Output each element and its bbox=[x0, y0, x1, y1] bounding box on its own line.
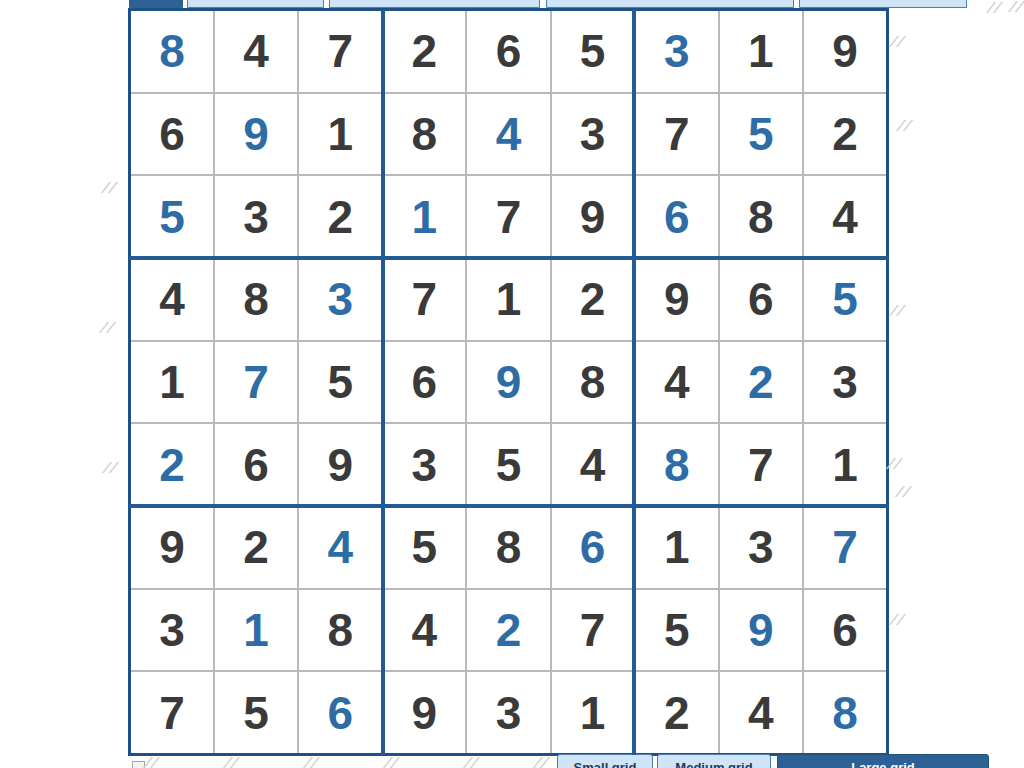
cell-r5c9[interactable]: 3 bbox=[804, 342, 886, 423]
cell-r2c9[interactable]: 2 bbox=[804, 94, 886, 175]
box-divider-horizontal-1 bbox=[129, 256, 888, 260]
cell-r7c4[interactable]: 5 bbox=[383, 507, 465, 588]
cell-r2c6[interactable]: 3 bbox=[552, 94, 634, 175]
cell-r9c1[interactable]: 7 bbox=[131, 672, 213, 753]
cell-r2c8[interactable]: 5 bbox=[720, 94, 802, 175]
cell-r6c9[interactable]: 1 bbox=[804, 424, 886, 505]
cell-r5c4[interactable]: 6 bbox=[383, 342, 465, 423]
cell-r7c8[interactable]: 3 bbox=[720, 507, 802, 588]
cell-r5c3[interactable]: 5 bbox=[299, 342, 381, 423]
cell-r7c7[interactable]: 1 bbox=[636, 507, 718, 588]
scratch-mark bbox=[223, 757, 240, 768]
cell-r6c7[interactable]: 8 bbox=[636, 424, 718, 505]
cell-r7c1[interactable]: 9 bbox=[131, 507, 213, 588]
sudoku-page: 8472653196918437525321796844837129651756… bbox=[0, 0, 1024, 768]
large-grid-button[interactable]: Large grid bbox=[777, 754, 989, 768]
cell-r3c1[interactable]: 5 bbox=[131, 176, 213, 257]
cell-r5c2[interactable]: 7 bbox=[215, 342, 297, 423]
cell-r2c7[interactable]: 7 bbox=[636, 94, 718, 175]
cell-r1c7[interactable]: 3 bbox=[636, 11, 718, 92]
scratch-mark bbox=[143, 757, 160, 768]
cell-r6c2[interactable]: 6 bbox=[215, 424, 297, 505]
cell-r2c1[interactable]: 6 bbox=[131, 94, 213, 175]
cell-r3c4[interactable]: 1 bbox=[383, 176, 465, 257]
cell-r1c5[interactable]: 6 bbox=[467, 11, 549, 92]
cell-r3c5[interactable]: 7 bbox=[467, 176, 549, 257]
cell-r2c2[interactable]: 9 bbox=[215, 94, 297, 175]
cell-r4c2[interactable]: 8 bbox=[215, 259, 297, 340]
scratch-mark bbox=[896, 120, 913, 131]
scratch-mark bbox=[533, 757, 550, 768]
cell-r7c6[interactable]: 6 bbox=[552, 507, 634, 588]
cell-r7c2[interactable]: 2 bbox=[215, 507, 297, 588]
top-tab-3[interactable] bbox=[329, 0, 540, 8]
cell-r9c4[interactable]: 9 bbox=[383, 672, 465, 753]
cell-r6c8[interactable]: 7 bbox=[720, 424, 802, 505]
cell-r2c4[interactable]: 8 bbox=[383, 94, 465, 175]
top-tab-4[interactable] bbox=[546, 0, 794, 8]
cell-r6c1[interactable]: 2 bbox=[131, 424, 213, 505]
cell-r4c5[interactable]: 1 bbox=[467, 259, 549, 340]
cell-r9c7[interactable]: 2 bbox=[636, 672, 718, 753]
cell-r7c5[interactable]: 8 bbox=[467, 507, 549, 588]
cell-r7c3[interactable]: 4 bbox=[299, 507, 381, 588]
cell-r1c1[interactable]: 8 bbox=[131, 11, 213, 92]
box-divider-horizontal-2 bbox=[129, 504, 888, 508]
cell-r9c5[interactable]: 3 bbox=[467, 672, 549, 753]
top-tab-1[interactable] bbox=[129, 0, 183, 8]
cell-r4c3[interactable]: 3 bbox=[299, 259, 381, 340]
cell-r6c6[interactable]: 4 bbox=[552, 424, 634, 505]
top-tab-5[interactable] bbox=[799, 0, 967, 8]
box-divider-vertical-1 bbox=[381, 9, 385, 755]
cell-r3c8[interactable]: 8 bbox=[720, 176, 802, 257]
scratch-mark bbox=[986, 2, 1003, 13]
cell-r7c9[interactable]: 7 bbox=[804, 507, 886, 588]
cell-r8c8[interactable]: 9 bbox=[720, 590, 802, 671]
cell-r2c3[interactable]: 1 bbox=[299, 94, 381, 175]
cell-r9c2[interactable]: 5 bbox=[215, 672, 297, 753]
scratch-mark bbox=[889, 614, 906, 625]
cell-r1c9[interactable]: 9 bbox=[804, 11, 886, 92]
cell-r2c5[interactable]: 4 bbox=[467, 94, 549, 175]
sudoku-board: 8472653196918437525321796844837129651756… bbox=[128, 8, 889, 756]
cell-r1c3[interactable]: 7 bbox=[299, 11, 381, 92]
cell-r8c6[interactable]: 7 bbox=[552, 590, 634, 671]
scratch-mark bbox=[895, 486, 912, 497]
cell-r6c3[interactable]: 9 bbox=[299, 424, 381, 505]
cell-r1c2[interactable]: 4 bbox=[215, 11, 297, 92]
top-tab-2[interactable] bbox=[187, 0, 324, 8]
cell-r6c4[interactable]: 3 bbox=[383, 424, 465, 505]
cell-r3c6[interactable]: 9 bbox=[552, 176, 634, 257]
box-divider-vertical-2 bbox=[632, 9, 636, 755]
scratch-mark bbox=[303, 757, 320, 768]
scratch-mark bbox=[383, 757, 400, 768]
cell-r6c5[interactable]: 5 bbox=[467, 424, 549, 505]
cell-r1c4[interactable]: 2 bbox=[383, 11, 465, 92]
cell-r3c7[interactable]: 6 bbox=[636, 176, 718, 257]
cell-r9c3[interactable]: 6 bbox=[299, 672, 381, 753]
medium-grid-button[interactable]: Medium grid bbox=[657, 754, 771, 768]
cell-r5c8[interactable]: 2 bbox=[720, 342, 802, 423]
scratch-mark bbox=[99, 322, 116, 333]
cell-r4c1[interactable]: 4 bbox=[131, 259, 213, 340]
cell-r8c3[interactable]: 8 bbox=[299, 590, 381, 671]
cell-r4c6[interactable]: 2 bbox=[552, 259, 634, 340]
small-grid-button[interactable]: Small grid bbox=[557, 754, 653, 768]
cell-r8c5[interactable]: 2 bbox=[467, 590, 549, 671]
cell-r9c8[interactable]: 4 bbox=[720, 672, 802, 753]
cell-r8c7[interactable]: 5 bbox=[636, 590, 718, 671]
cell-r9c6[interactable]: 1 bbox=[552, 672, 634, 753]
cell-r5c6[interactable]: 8 bbox=[552, 342, 634, 423]
cell-r1c8[interactable]: 1 bbox=[720, 11, 802, 92]
cell-r3c2[interactable]: 3 bbox=[215, 176, 297, 257]
cell-r3c3[interactable]: 2 bbox=[299, 176, 381, 257]
scratch-mark bbox=[1008, 1, 1024, 12]
cell-r3c9[interactable]: 4 bbox=[804, 176, 886, 257]
cell-r8c4[interactable]: 4 bbox=[383, 590, 465, 671]
cell-r8c2[interactable]: 1 bbox=[215, 590, 297, 671]
scratch-mark bbox=[889, 36, 906, 47]
cell-r5c7[interactable]: 4 bbox=[636, 342, 718, 423]
cell-r1c6[interactable]: 5 bbox=[552, 11, 634, 92]
cell-r8c1[interactable]: 3 bbox=[131, 590, 213, 671]
scratch-mark bbox=[102, 462, 119, 473]
scratch-mark bbox=[463, 757, 480, 768]
cell-r4c9[interactable]: 5 bbox=[804, 259, 886, 340]
scratch-mark bbox=[101, 182, 118, 193]
cell-r5c1[interactable]: 1 bbox=[131, 342, 213, 423]
cell-r4c7[interactable]: 9 bbox=[636, 259, 718, 340]
scratch-mark bbox=[889, 305, 906, 316]
cell-r8c9[interactable]: 6 bbox=[804, 590, 886, 671]
cell-r5c5[interactable]: 9 bbox=[467, 342, 549, 423]
cell-r9c9[interactable]: 8 bbox=[804, 672, 886, 753]
cell-r4c4[interactable]: 7 bbox=[383, 259, 465, 340]
cell-r4c8[interactable]: 6 bbox=[720, 259, 802, 340]
